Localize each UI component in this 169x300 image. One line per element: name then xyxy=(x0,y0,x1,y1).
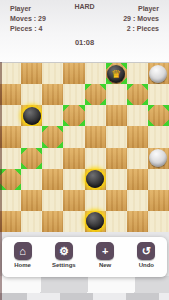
move-highlight-corners xyxy=(127,84,148,105)
square-6-3[interactable] xyxy=(63,190,84,211)
square-1-3[interactable] xyxy=(63,84,84,105)
square-0-7[interactable] xyxy=(148,63,169,84)
header: HARD Player Moves : 29 Pieces : 4 Player… xyxy=(0,0,169,63)
settings-button-label: Settings xyxy=(44,262,84,268)
square-3-6[interactable] xyxy=(127,126,148,147)
square-3-4[interactable] xyxy=(85,126,106,147)
game-timer: 01:08 xyxy=(0,38,169,47)
gear-icon: ⚙ xyxy=(55,242,73,260)
square-6-7[interactable] xyxy=(148,190,169,211)
right-player-panel: Player 29 : Moves 2 : Pieces xyxy=(123,4,159,33)
checkers-board: ♛ xyxy=(0,63,169,232)
home-button-label: Home xyxy=(3,262,43,268)
square-5-4[interactable] xyxy=(85,169,106,190)
new-game-button[interactable]: + New xyxy=(85,241,125,268)
move-highlight-corners xyxy=(0,169,21,190)
square-4-1[interactable] xyxy=(21,148,42,169)
white-man[interactable] xyxy=(149,65,167,83)
square-0-1[interactable] xyxy=(21,63,42,84)
square-1-6[interactable] xyxy=(127,84,148,105)
black-king[interactable]: ♛ xyxy=(107,65,125,83)
square-3-3[interactable] xyxy=(63,126,84,147)
square-5-3[interactable] xyxy=(63,169,84,190)
home-icon: ⌂ xyxy=(14,242,32,260)
square-6-6[interactable] xyxy=(127,190,148,211)
right-player-moves: 29 : Moves xyxy=(123,14,159,24)
left-player-panel: Player Moves : 29 Pieces : 4 xyxy=(10,4,46,33)
square-6-5[interactable] xyxy=(106,190,127,211)
settings-button[interactable]: ⚙ Settings xyxy=(44,241,84,268)
move-highlight-corners xyxy=(85,84,106,105)
right-player-name: Player xyxy=(123,4,159,14)
square-3-1[interactable] xyxy=(21,126,42,147)
square-7-5[interactable] xyxy=(106,211,127,232)
square-0-4[interactable] xyxy=(85,63,106,84)
square-2-2[interactable] xyxy=(42,105,63,126)
bottom-nav-bar: ⌂ Home ⚙ Settings + New ↺ Undo xyxy=(2,237,167,277)
square-0-0[interactable] xyxy=(0,63,21,84)
square-1-0[interactable] xyxy=(0,84,21,105)
square-4-7[interactable] xyxy=(148,148,169,169)
move-highlight-corners xyxy=(63,105,84,126)
square-1-1[interactable] xyxy=(21,84,42,105)
square-6-2[interactable] xyxy=(42,190,63,211)
new-game-button-label: New xyxy=(85,262,125,268)
black-man[interactable] xyxy=(23,107,41,125)
square-3-7[interactable] xyxy=(148,126,169,147)
undo-icon: ↺ xyxy=(137,242,155,260)
square-7-2[interactable] xyxy=(42,211,63,232)
left-player-moves: Moves : 29 xyxy=(10,14,46,24)
move-highlight-corners xyxy=(21,148,42,169)
black-man[interactable] xyxy=(86,170,104,188)
square-2-6[interactable] xyxy=(127,105,148,126)
square-7-3[interactable] xyxy=(63,211,84,232)
square-0-5[interactable]: ♛ xyxy=(106,63,127,84)
square-7-6[interactable] xyxy=(127,211,148,232)
right-player-pieces: 2 : Pieces xyxy=(123,24,159,34)
square-1-5[interactable] xyxy=(106,84,127,105)
square-3-2[interactable] xyxy=(42,126,63,147)
square-4-6[interactable] xyxy=(127,148,148,169)
checkers-app-screen: HARD Player Moves : 29 Pieces : 4 Player… xyxy=(0,0,169,300)
square-7-1[interactable] xyxy=(21,211,42,232)
square-0-3[interactable] xyxy=(63,63,84,84)
move-highlight-corners xyxy=(42,126,63,147)
left-player-pieces: Pieces : 4 xyxy=(10,24,46,34)
square-7-4[interactable] xyxy=(85,211,106,232)
square-3-0[interactable] xyxy=(0,126,21,147)
move-highlight-corners xyxy=(148,105,169,126)
left-player-name: Player xyxy=(10,4,46,14)
square-5-1[interactable] xyxy=(21,169,42,190)
square-5-5[interactable] xyxy=(106,169,127,190)
square-2-4[interactable] xyxy=(85,105,106,126)
square-5-7[interactable] xyxy=(148,169,169,190)
square-1-2[interactable] xyxy=(42,84,63,105)
square-4-2[interactable] xyxy=(42,148,63,169)
square-0-6[interactable] xyxy=(127,63,148,84)
square-0-2[interactable] xyxy=(42,63,63,84)
king-crown-icon: ♛ xyxy=(107,67,125,81)
square-4-5[interactable] xyxy=(106,148,127,169)
home-button[interactable]: ⌂ Home xyxy=(3,241,43,268)
square-1-4[interactable] xyxy=(85,84,106,105)
plus-icon: + xyxy=(96,242,114,260)
black-man[interactable] xyxy=(86,212,104,230)
square-6-1[interactable] xyxy=(21,190,42,211)
floor-tiles-row xyxy=(0,276,169,293)
undo-button-label: Undo xyxy=(126,262,166,268)
square-5-0[interactable] xyxy=(0,169,21,190)
square-7-7[interactable] xyxy=(148,211,169,232)
square-4-4[interactable] xyxy=(85,148,106,169)
square-2-0[interactable] xyxy=(0,105,21,126)
square-7-0[interactable] xyxy=(0,211,21,232)
square-1-7[interactable] xyxy=(148,84,169,105)
square-3-5[interactable] xyxy=(106,126,127,147)
square-2-5[interactable] xyxy=(106,105,127,126)
square-4-3[interactable] xyxy=(63,148,84,169)
square-2-7[interactable] xyxy=(148,105,169,126)
floor-tiles-row xyxy=(0,293,169,300)
square-4-0[interactable] xyxy=(0,148,21,169)
square-5-6[interactable] xyxy=(127,169,148,190)
undo-button[interactable]: ↺ Undo xyxy=(126,241,166,268)
square-5-2[interactable] xyxy=(42,169,63,190)
white-man[interactable] xyxy=(149,149,167,167)
square-2-3[interactable] xyxy=(63,105,84,126)
square-2-1[interactable] xyxy=(21,105,42,126)
square-6-0[interactable] xyxy=(0,190,21,211)
square-6-4[interactable] xyxy=(85,190,106,211)
